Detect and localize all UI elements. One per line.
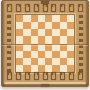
carved-pawn-motif-icon (60, 72, 65, 80)
square-content (38, 51, 45, 58)
square-c5 (31, 36, 38, 43)
carved-pawn-motif-icon (16, 72, 21, 80)
square-b6 (23, 29, 30, 36)
square-c2 (31, 58, 38, 65)
square-content (16, 15, 23, 22)
square-content (23, 29, 30, 36)
square-e8 (45, 15, 52, 22)
square-content (60, 29, 67, 36)
square-a8 (16, 15, 23, 22)
square-h3 (67, 51, 74, 58)
square-f8 (52, 15, 59, 22)
square-b7 (23, 22, 30, 29)
square-a6 (16, 29, 23, 36)
square-d2 (38, 58, 45, 65)
square-content (23, 15, 30, 22)
square-h7 (67, 22, 74, 29)
square-content (31, 36, 38, 43)
square-e3 (45, 51, 52, 58)
square-content (38, 22, 45, 29)
square-content (52, 15, 59, 22)
square-h6 (67, 29, 74, 36)
square-g5 (60, 36, 67, 43)
square-content (67, 29, 74, 36)
square-content (23, 22, 30, 29)
square-c7 (31, 22, 38, 29)
carved-pawn-motif-icon (7, 72, 12, 80)
fold-seam (2, 44, 88, 45)
square-content (31, 22, 38, 29)
square-e5 (45, 36, 52, 43)
square-content (31, 58, 38, 65)
square-f2 (52, 58, 59, 65)
square-d6 (38, 29, 45, 36)
square-b3 (23, 51, 30, 58)
square-b5 (23, 36, 30, 43)
square-c8 (31, 15, 38, 22)
square-g3 (60, 51, 67, 58)
square-content (16, 29, 23, 36)
carved-pawn-motif-icon (25, 72, 30, 80)
square-b2 (23, 58, 30, 65)
square-h5 (67, 36, 74, 43)
square-f7 (52, 22, 59, 29)
square-content (45, 58, 52, 65)
square-h2 (67, 58, 74, 65)
square-content (60, 22, 67, 29)
carved-pawn-motif-icon (43, 72, 48, 80)
carved-pawn-motif-icon (25, 4, 30, 12)
carved-frame-bottom (5, 71, 85, 81)
square-e2 (45, 58, 52, 65)
square-e7 (45, 22, 52, 29)
square-content (31, 51, 38, 58)
square-a5 (16, 36, 23, 43)
square-content (31, 15, 38, 22)
square-content (38, 29, 45, 36)
square-d5 (38, 36, 45, 43)
carved-pawn-motif-icon (69, 72, 74, 80)
square-content (45, 51, 52, 58)
square-content (31, 29, 38, 36)
clasp-latch-top-icon (41, 1, 49, 4)
square-content (23, 36, 30, 43)
square-a2 (16, 58, 23, 65)
square-d7 (38, 22, 45, 29)
square-h8 (67, 15, 74, 22)
square-content (60, 51, 67, 58)
square-content (16, 22, 23, 29)
square-c6 (31, 29, 38, 36)
square-content (67, 15, 74, 22)
square-g8 (60, 15, 67, 22)
carved-pawn-motif-icon (78, 4, 83, 12)
square-g7 (60, 22, 67, 29)
carved-pawn-motif-icon (7, 4, 12, 12)
square-a3 (16, 51, 23, 58)
carved-pawn-motif-icon (60, 4, 65, 12)
carved-pawn-motif-icon (51, 72, 56, 80)
square-d8 (38, 15, 45, 22)
carved-pawn-motif-icon (78, 72, 83, 80)
square-content (67, 51, 74, 58)
square-content (38, 58, 45, 65)
carved-pawn-motif-icon (34, 72, 39, 80)
chess-board-box (1, 0, 89, 87)
square-e6 (45, 29, 52, 36)
square-content (38, 36, 45, 43)
square-f6 (52, 29, 59, 36)
square-content (52, 22, 59, 29)
square-d3 (38, 51, 45, 58)
carved-pawn-motif-icon (43, 4, 48, 12)
square-a7 (16, 22, 23, 29)
square-content (52, 58, 59, 65)
square-f5 (52, 36, 59, 43)
square-content (67, 22, 74, 29)
carved-pawn-motif-icon (51, 4, 56, 12)
square-content (45, 22, 52, 29)
carved-frame-top (5, 3, 85, 13)
carved-pawn-motif-icon (69, 4, 74, 12)
square-c3 (31, 51, 38, 58)
photo-scene (0, 0, 90, 90)
square-content (16, 36, 23, 43)
square-content (67, 36, 74, 43)
square-f3 (52, 51, 59, 58)
square-content (60, 58, 67, 65)
carved-pawn-motif-icon (16, 4, 21, 12)
square-content (60, 36, 67, 43)
square-content (16, 58, 23, 65)
square-b8 (23, 15, 30, 22)
square-content (60, 15, 67, 22)
square-content (45, 29, 52, 36)
square-content (23, 58, 30, 65)
square-content (16, 51, 23, 58)
square-content (52, 51, 59, 58)
clasp-latch-bottom-icon (41, 84, 49, 87)
square-content (45, 36, 52, 43)
square-content (52, 36, 59, 43)
square-content (38, 15, 45, 22)
square-content (23, 51, 30, 58)
square-content (67, 58, 74, 65)
carved-pawn-motif-icon (34, 4, 39, 12)
square-content (45, 15, 52, 22)
square-content (52, 29, 59, 36)
square-g6 (60, 29, 67, 36)
square-g2 (60, 58, 67, 65)
